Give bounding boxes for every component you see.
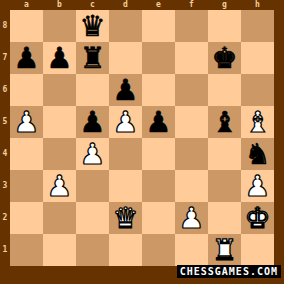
square-h6[interactable]: [241, 74, 274, 106]
square-c1[interactable]: [76, 234, 109, 266]
piece-black-pawn: ♟: [80, 106, 106, 138]
piece-white-king: ♚: [245, 202, 271, 234]
square-a2[interactable]: [10, 202, 43, 234]
piece-white-bishop: ♝: [245, 106, 271, 138]
rank-label-1: 1: [0, 234, 10, 266]
square-h2[interactable]: ♚: [241, 202, 274, 234]
square-a4[interactable]: [10, 138, 43, 170]
square-g6[interactable]: [208, 74, 241, 106]
square-g5[interactable]: ♝: [208, 106, 241, 138]
square-h5[interactable]: ♝: [241, 106, 274, 138]
watermark: CHESSGAMES.COM: [177, 265, 281, 278]
rank-label-8: 8: [0, 10, 10, 42]
square-b3[interactable]: ♟: [43, 170, 76, 202]
square-d3[interactable]: [109, 170, 142, 202]
piece-black-pawn: ♟: [146, 106, 172, 138]
rank-label-4: 4: [0, 138, 10, 170]
file-label-d: d: [109, 0, 142, 10]
square-e2[interactable]: [142, 202, 175, 234]
rank-label-7: 7: [0, 42, 10, 74]
piece-black-knight: ♞: [245, 138, 271, 170]
square-h3[interactable]: ♟: [241, 170, 274, 202]
square-a8[interactable]: [10, 10, 43, 42]
piece-white-pawn: ♟: [14, 106, 40, 138]
square-h7[interactable]: [241, 42, 274, 74]
square-e3[interactable]: [142, 170, 175, 202]
file-label-b: b: [43, 0, 76, 10]
square-a3[interactable]: [10, 170, 43, 202]
piece-white-pawn: ♟: [179, 202, 205, 234]
square-e8[interactable]: [142, 10, 175, 42]
piece-white-pawn: ♟: [80, 138, 106, 170]
square-d2[interactable]: ♛: [109, 202, 142, 234]
piece-black-king: ♚: [212, 42, 238, 74]
file-labels: abcdefgh: [10, 0, 274, 10]
file-label-a: a: [10, 0, 43, 10]
square-f8[interactable]: [175, 10, 208, 42]
square-e6[interactable]: [142, 74, 175, 106]
square-b5[interactable]: [43, 106, 76, 138]
piece-black-pawn: ♟: [113, 74, 139, 106]
piece-white-pawn: ♟: [47, 170, 73, 202]
square-f3[interactable]: [175, 170, 208, 202]
square-d8[interactable]: [109, 10, 142, 42]
square-e1[interactable]: [142, 234, 175, 266]
piece-white-queen: ♛: [113, 202, 139, 234]
square-c7[interactable]: ♜: [76, 42, 109, 74]
square-g2[interactable]: [208, 202, 241, 234]
square-a1[interactable]: [10, 234, 43, 266]
square-c6[interactable]: [76, 74, 109, 106]
piece-black-rook: ♜: [80, 42, 106, 74]
piece-black-bishop: ♝: [212, 106, 238, 138]
square-h1[interactable]: [241, 234, 274, 266]
piece-white-pawn: ♟: [245, 170, 271, 202]
square-f6[interactable]: [175, 74, 208, 106]
square-d7[interactable]: [109, 42, 142, 74]
square-g4[interactable]: [208, 138, 241, 170]
square-f4[interactable]: [175, 138, 208, 170]
square-f5[interactable]: [175, 106, 208, 138]
square-f7[interactable]: [175, 42, 208, 74]
square-g1[interactable]: ♜: [208, 234, 241, 266]
square-b2[interactable]: [43, 202, 76, 234]
square-e7[interactable]: [142, 42, 175, 74]
square-d5[interactable]: ♟: [109, 106, 142, 138]
square-a6[interactable]: [10, 74, 43, 106]
square-h8[interactable]: [241, 10, 274, 42]
square-b6[interactable]: [43, 74, 76, 106]
file-label-f: f: [175, 0, 208, 10]
square-g8[interactable]: [208, 10, 241, 42]
piece-black-pawn: ♟: [47, 42, 73, 74]
piece-black-pawn: ♟: [14, 42, 40, 74]
piece-white-pawn: ♟: [113, 106, 139, 138]
square-c8[interactable]: ♛: [76, 10, 109, 42]
piece-white-rook: ♜: [212, 234, 238, 266]
file-label-g: g: [208, 0, 241, 10]
square-a5[interactable]: ♟: [10, 106, 43, 138]
square-d4[interactable]: [109, 138, 142, 170]
square-g3[interactable]: [208, 170, 241, 202]
square-e4[interactable]: [142, 138, 175, 170]
rank-label-6: 6: [0, 74, 10, 106]
square-b8[interactable]: [43, 10, 76, 42]
rank-labels: 87654321: [0, 10, 10, 266]
square-b7[interactable]: ♟: [43, 42, 76, 74]
square-g7[interactable]: ♚: [208, 42, 241, 74]
rank-label-5: 5: [0, 106, 10, 138]
square-f2[interactable]: ♟: [175, 202, 208, 234]
square-c3[interactable]: [76, 170, 109, 202]
square-f1[interactable]: [175, 234, 208, 266]
chess-board: ♛♟♟♜♚♟♟♟♟♟♝♝♟♞♟♟♛♟♚♜: [10, 10, 274, 266]
rank-label-3: 3: [0, 170, 10, 202]
rank-label-2: 2: [0, 202, 10, 234]
square-d6[interactable]: ♟: [109, 74, 142, 106]
square-c5[interactable]: ♟: [76, 106, 109, 138]
square-a7[interactable]: ♟: [10, 42, 43, 74]
square-c4[interactable]: ♟: [76, 138, 109, 170]
square-c2[interactable]: [76, 202, 109, 234]
square-e5[interactable]: ♟: [142, 106, 175, 138]
square-b4[interactable]: [43, 138, 76, 170]
file-label-h: h: [241, 0, 274, 10]
square-h4[interactable]: ♞: [241, 138, 274, 170]
file-label-e: e: [142, 0, 175, 10]
square-b1[interactable]: [43, 234, 76, 266]
square-d1[interactable]: [109, 234, 142, 266]
file-label-c: c: [76, 0, 109, 10]
chess-diagram: abcdefgh 87654321 ♛♟♟♜♚♟♟♟♟♟♝♝♟♞♟♟♛♟♚♜ C…: [0, 0, 284, 284]
piece-black-queen: ♛: [80, 10, 106, 42]
